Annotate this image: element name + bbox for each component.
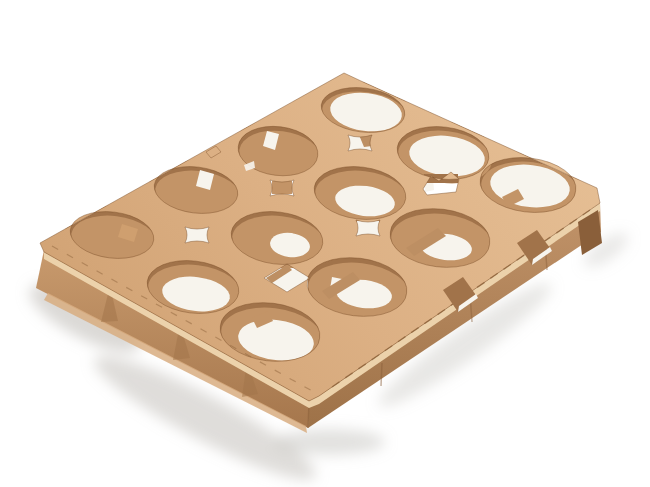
pillow-shelf — [272, 181, 292, 194]
shadow-corner — [275, 429, 385, 455]
product-photo-stage — [0, 0, 650, 487]
pillow-white — [186, 228, 208, 242]
pillow-white — [357, 221, 379, 235]
right-wall-slit-1 — [381, 363, 382, 386]
cardboard-tray-photo — [0, 0, 650, 487]
